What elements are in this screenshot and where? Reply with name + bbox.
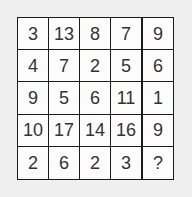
cell-r4c2: 17	[49, 115, 80, 147]
cell-r5c2: 6	[49, 147, 80, 179]
missing-cell: ?	[143, 147, 173, 179]
cell-r3c2: 5	[49, 82, 80, 114]
cell-r3c3: 6	[80, 82, 111, 114]
cell-r4c5: 9	[143, 115, 173, 147]
cell-r2c3: 2	[80, 50, 111, 82]
puzzle-image: 3 13 8 7 9 4 7 2 5 6 9 5 6 11 1 10 17 14…	[0, 0, 192, 197]
cell-r2c1: 4	[18, 50, 49, 82]
cell-r2c4: 5	[111, 50, 143, 82]
cell-r1c1: 3	[18, 18, 49, 50]
cell-r5c1: 2	[18, 147, 49, 179]
cell-r4c3: 14	[80, 115, 111, 147]
cell-r1c4: 7	[111, 18, 143, 50]
cell-r3c4: 11	[111, 82, 143, 114]
cell-r2c2: 7	[49, 50, 80, 82]
cell-r1c2: 13	[49, 18, 80, 50]
cell-r2c5: 6	[143, 50, 173, 82]
cell-r5c3: 2	[80, 147, 111, 179]
cell-r4c4: 16	[111, 115, 143, 147]
cell-r3c1: 9	[18, 82, 49, 114]
cell-r1c3: 8	[80, 18, 111, 50]
number-grid-board: 3 13 8 7 9 4 7 2 5 6 9 5 6 11 1 10 17 14…	[17, 17, 174, 180]
cell-r3c5: 1	[143, 82, 173, 114]
cell-r4c1: 10	[18, 115, 49, 147]
cell-r1c5: 9	[143, 18, 173, 50]
cell-r5c4: 3	[111, 147, 143, 179]
